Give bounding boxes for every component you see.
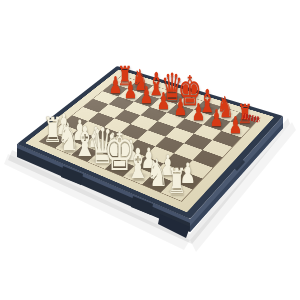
piece-red-pawn-b7[interactable]: ♟ bbox=[123, 78, 138, 101]
piece-red-pawn-e7[interactable]: ♟ bbox=[173, 94, 188, 117]
piece-ivory-rook-h1[interactable]: ♜ bbox=[165, 165, 188, 200]
chess-set-photo: ♜♞♝♛♚♝♞♜♟♟♟♟♟♟♟♟♟♟♟♟♟♟♟♟♜♞♝♛♚♝♞♜ bbox=[0, 0, 300, 300]
piece-red-pawn-g7[interactable]: ♟ bbox=[209, 106, 224, 129]
piece-red-pawn-f7[interactable]: ♟ bbox=[191, 100, 206, 123]
piece-red-pawn-c7[interactable]: ♟ bbox=[139, 83, 154, 106]
piece-red-pawn-h7[interactable]: ♟ bbox=[228, 113, 243, 136]
piece-red-pawn-d7[interactable]: ♟ bbox=[156, 89, 171, 112]
piece-red-pawn-a7[interactable]: ♟ bbox=[108, 73, 123, 96]
